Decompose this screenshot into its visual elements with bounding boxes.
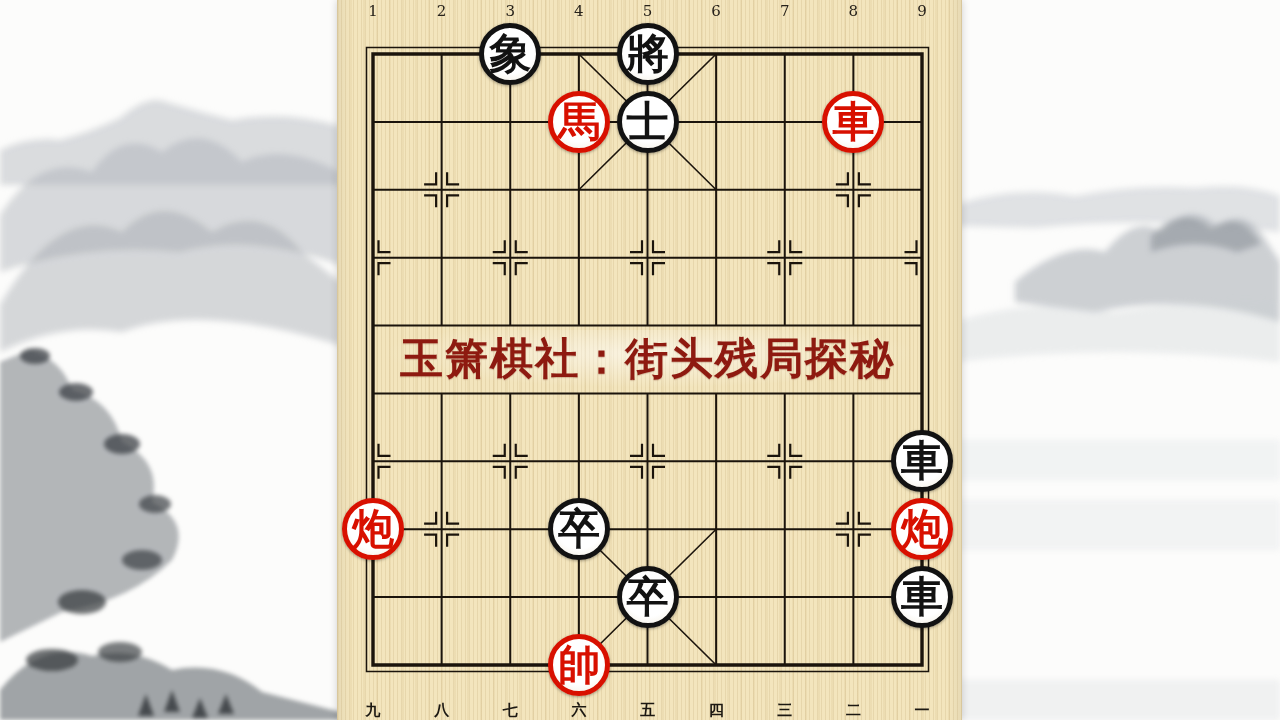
file-label-bottom: 一	[915, 701, 930, 720]
file-label-bottom: 七	[503, 701, 518, 720]
piece-red-chariot[interactable]: 車	[822, 91, 884, 153]
video-frame: 123456789 九八七六五四三二一 象將馬士車車炮卒炮卒車帥 玉箫棋社：街头…	[0, 0, 1280, 720]
piece-black-general[interactable]: 將	[617, 23, 679, 85]
file-label-top: 3	[505, 2, 515, 20]
piece-black-soldier[interactable]: 卒	[617, 566, 679, 628]
piece-black-elephant[interactable]: 象	[479, 23, 541, 85]
piece-black-advisor[interactable]: 士	[617, 91, 679, 153]
file-label-top: 1	[368, 2, 378, 20]
file-label-top: 5	[643, 2, 653, 20]
file-label-top: 2	[437, 2, 447, 20]
file-label-top: 4	[574, 2, 584, 20]
file-labels-top: 123456789	[0, 2, 1280, 20]
piece-red-cannon[interactable]: 炮	[891, 498, 953, 560]
piece-black-chariot[interactable]: 車	[891, 566, 953, 628]
file-label-bottom: 四	[709, 701, 724, 720]
file-label-bottom: 九	[366, 701, 381, 720]
piece-red-cannon[interactable]: 炮	[342, 498, 404, 560]
file-label-top: 6	[711, 2, 721, 20]
piece-red-general[interactable]: 帥	[548, 634, 610, 696]
file-label-bottom: 二	[846, 701, 861, 720]
file-label-top: 9	[917, 2, 927, 20]
piece-red-horse[interactable]: 馬	[548, 91, 610, 153]
river-title: 玉箫棋社：街头残局探秘	[373, 328, 922, 390]
file-label-bottom: 三	[777, 701, 792, 720]
piece-black-chariot[interactable]: 車	[891, 430, 953, 492]
file-label-top: 8	[849, 2, 859, 20]
file-label-bottom: 六	[571, 701, 586, 720]
file-labels-bottom: 九八七六五四三二一	[0, 701, 1280, 719]
file-label-bottom: 五	[640, 701, 655, 720]
file-label-top: 7	[780, 2, 790, 20]
piece-black-soldier[interactable]: 卒	[548, 498, 610, 560]
file-label-bottom: 八	[434, 701, 449, 720]
